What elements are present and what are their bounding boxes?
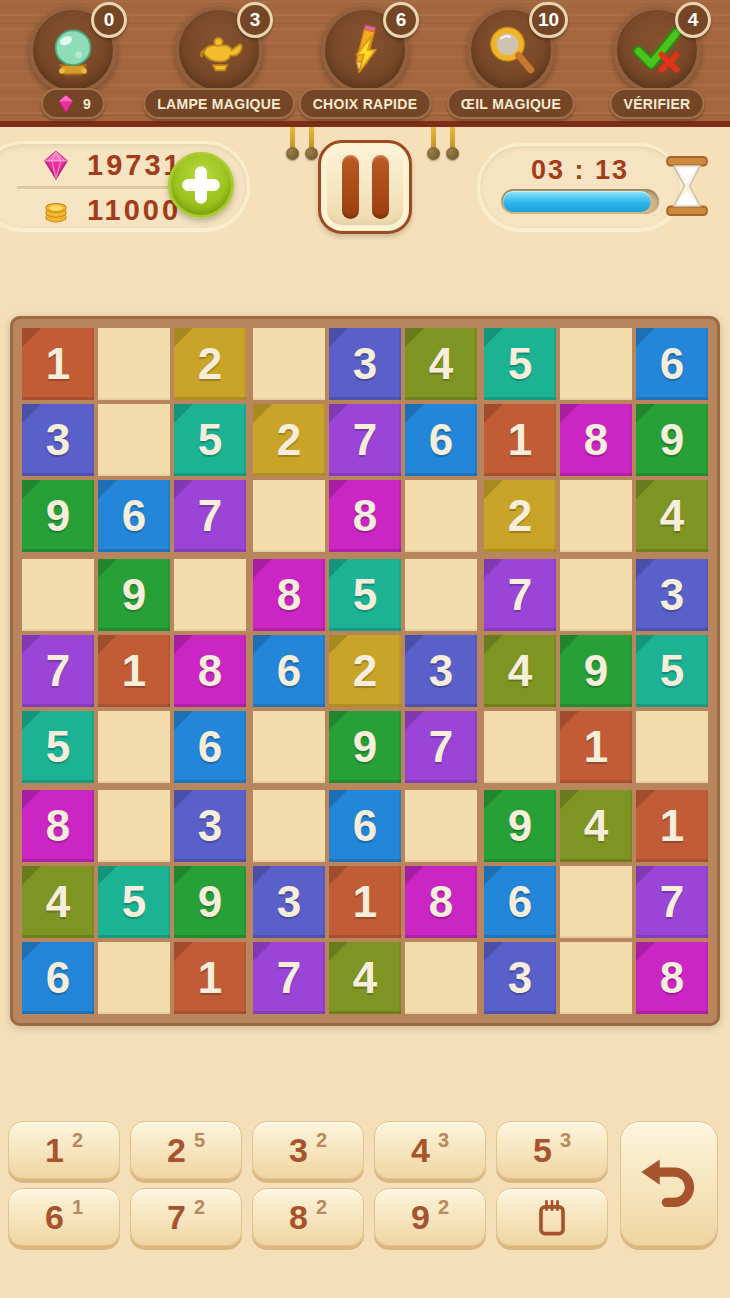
numpad-remaining-count: 1	[72, 1196, 83, 1219]
magic-eye-label: ŒIL MAGIQUE	[447, 88, 575, 119]
numpad-digit: 1	[45, 1131, 64, 1170]
peg	[286, 125, 299, 160]
cell-r9c6[interactable]	[405, 942, 477, 1014]
powerup-crystal-ball[interactable]: 0 9	[0, 0, 146, 121]
numpad-key-4[interactable]: 43	[374, 1121, 486, 1179]
cell-r3c8[interactable]	[560, 480, 632, 552]
cell-r7c3[interactable]: 3	[174, 790, 246, 862]
numpad-key-1[interactable]: 12	[8, 1121, 120, 1179]
powerup-quick-choice[interactable]: 6 CHOIX RAPIDE	[292, 0, 438, 121]
cell-r7c7[interactable]: 9	[484, 790, 556, 862]
crystal-ball-badge: 0	[91, 2, 127, 38]
notes-button[interactable]	[496, 1188, 608, 1246]
cell-r5c2[interactable]: 1	[98, 635, 170, 707]
numpad-digit: 6	[45, 1198, 64, 1237]
cell-r4c7[interactable]: 7	[484, 559, 556, 631]
numpad-digit: 4	[411, 1131, 430, 1170]
numpad-key-8[interactable]: 82	[252, 1188, 364, 1246]
numpad-key-2[interactable]: 25	[130, 1121, 242, 1179]
cell-r5c7[interactable]: 4	[484, 635, 556, 707]
box-4: 971856	[22, 559, 246, 783]
numpad-key-6[interactable]: 61	[8, 1188, 120, 1246]
cell-r1c6[interactable]: 4	[405, 328, 477, 400]
cell-r8c6[interactable]: 8	[405, 866, 477, 938]
numpad-digit: 5	[533, 1131, 552, 1170]
powerup-magic-eye[interactable]: 10 ŒIL MAGIQUE	[438, 0, 584, 121]
cell-r5c5[interactable]: 2	[329, 635, 401, 707]
cell-r3c2[interactable]: 6	[98, 480, 170, 552]
cell-r4c2[interactable]: 9	[98, 559, 170, 631]
cell-r5c6[interactable]: 3	[405, 635, 477, 707]
cell-r6c6[interactable]: 7	[405, 711, 477, 783]
cell-r8c7[interactable]: 6	[484, 866, 556, 938]
numpad: 122532435361728292	[8, 1121, 608, 1246]
cell-r8c9[interactable]: 7	[636, 866, 708, 938]
numpad-digit: 9	[411, 1198, 430, 1237]
numpad-remaining-count: 2	[316, 1196, 327, 1219]
cell-r2c2[interactable]	[98, 404, 170, 476]
cell-r2c3[interactable]: 5	[174, 404, 246, 476]
cell-r5c3[interactable]: 8	[174, 635, 246, 707]
box-3: 5618924	[484, 328, 708, 552]
numpad-remaining-count: 2	[438, 1196, 449, 1219]
cell-r8c8[interactable]	[560, 866, 632, 938]
box-7: 8345961	[22, 790, 246, 1014]
cell-r1c5[interactable]: 3	[329, 328, 401, 400]
cell-r1c1[interactable]: 1	[22, 328, 94, 400]
cell-r4c9[interactable]: 3	[636, 559, 708, 631]
cell-r6c4[interactable]	[253, 711, 325, 783]
powerup-magic-lamp[interactable]: 3 LAMPE MAGIQUE	[146, 0, 292, 121]
cell-r9c5[interactable]: 4	[329, 942, 401, 1014]
cell-r8c1[interactable]: 4	[22, 866, 94, 938]
numpad-remaining-count: 2	[194, 1196, 205, 1219]
cell-r6c2[interactable]	[98, 711, 170, 783]
numpad-remaining-count: 3	[560, 1129, 571, 1152]
box-8: 631874	[253, 790, 477, 1014]
timer-progress-fill	[503, 191, 651, 212]
coins-icon	[39, 193, 73, 227]
cell-r1c9[interactable]: 6	[636, 328, 708, 400]
verify-badge: 4	[675, 2, 711, 38]
input-pad: 122532435361728292	[8, 1121, 718, 1246]
cell-r9c1[interactable]: 6	[22, 942, 94, 1014]
cell-r6c5[interactable]: 9	[329, 711, 401, 783]
numpad-digit: 7	[167, 1198, 186, 1237]
cell-r9c2[interactable]	[98, 942, 170, 1014]
numpad-digit: 8	[289, 1198, 308, 1237]
cell-r5c4[interactable]: 6	[253, 635, 325, 707]
cell-r7c6[interactable]	[405, 790, 477, 862]
cell-r3c4[interactable]	[253, 480, 325, 552]
cell-r8c4[interactable]: 3	[253, 866, 325, 938]
numpad-remaining-count: 5	[194, 1129, 205, 1152]
undo-button[interactable]	[620, 1121, 718, 1246]
cell-r9c7[interactable]: 3	[484, 942, 556, 1014]
cell-r1c7[interactable]: 5	[484, 328, 556, 400]
cell-r2c1[interactable]: 3	[22, 404, 94, 476]
coins-count: 11000	[87, 194, 181, 227]
cell-r6c3[interactable]: 6	[174, 711, 246, 783]
sudoku-board: 1235967342768561892497185685623977349518…	[10, 316, 720, 1026]
cell-r4c3[interactable]	[174, 559, 246, 631]
cell-r1c4[interactable]	[253, 328, 325, 400]
cell-r4c4[interactable]: 8	[253, 559, 325, 631]
gem-icon	[39, 148, 73, 182]
numpad-remaining-count: 2	[316, 1129, 327, 1152]
magic-lamp-badge: 3	[237, 2, 273, 38]
cell-r3c9[interactable]: 4	[636, 480, 708, 552]
cell-r3c3[interactable]: 7	[174, 480, 246, 552]
cell-r3c5[interactable]: 8	[329, 480, 401, 552]
cell-r8c3[interactable]: 9	[174, 866, 246, 938]
powerup-bar: 0 9 3 LAMPE MAGIQUE	[0, 0, 730, 127]
cell-r6c1[interactable]: 5	[22, 711, 94, 783]
cell-r4c1[interactable]	[22, 559, 94, 631]
numpad-remaining-count: 2	[72, 1129, 83, 1152]
cell-r3c1[interactable]: 9	[22, 480, 94, 552]
numpad-digit: 2	[167, 1131, 186, 1170]
cell-r8c2[interactable]: 5	[98, 866, 170, 938]
verify-label: VÉRIFIER	[610, 88, 705, 119]
peg	[446, 125, 459, 160]
quick-choice-label: CHOIX RAPIDE	[299, 88, 432, 119]
numpad-remaining-count: 3	[438, 1129, 449, 1152]
magic-eye-badge: 10	[529, 2, 568, 38]
cell-r6c9[interactable]	[636, 711, 708, 783]
cell-r7c8[interactable]: 4	[560, 790, 632, 862]
quick-choice-badge: 6	[383, 2, 419, 38]
cell-r7c5[interactable]: 6	[329, 790, 401, 862]
cell-r5c8[interactable]: 9	[560, 635, 632, 707]
pause-icon	[342, 155, 359, 219]
cell-r5c9[interactable]: 5	[636, 635, 708, 707]
pause-button[interactable]	[318, 140, 412, 234]
box-2: 342768	[253, 328, 477, 552]
hourglass-icon	[654, 143, 720, 229]
cell-r7c9[interactable]: 1	[636, 790, 708, 862]
cell-r1c8[interactable]	[560, 328, 632, 400]
powerup-verify[interactable]: 4 VÉRIFIER	[584, 0, 730, 121]
cell-r2c4[interactable]: 2	[253, 404, 325, 476]
cell-r9c3[interactable]: 1	[174, 942, 246, 1014]
add-currency-button[interactable]	[168, 152, 234, 218]
cell-r1c2[interactable]	[98, 328, 170, 400]
cell-r3c7[interactable]: 2	[484, 480, 556, 552]
magic-lamp-label: LAMPE MAGIQUE	[143, 88, 295, 119]
cell-r2c7[interactable]: 1	[484, 404, 556, 476]
timer-value: 03 : 13	[480, 155, 680, 186]
cell-r9c4[interactable]: 7	[253, 942, 325, 1014]
cell-r7c4[interactable]	[253, 790, 325, 862]
box-9: 9416738	[484, 790, 708, 1014]
peg	[427, 125, 440, 160]
numpad-key-9[interactable]: 92	[374, 1188, 486, 1246]
cell-r1c3[interactable]: 2	[174, 328, 246, 400]
cell-r2c9[interactable]: 9	[636, 404, 708, 476]
cell-r9c9[interactable]: 8	[636, 942, 708, 1014]
status-bar: 19731 11000 03 : 13	[0, 127, 730, 244]
cell-r2c5[interactable]: 7	[329, 404, 401, 476]
box-6: 734951	[484, 559, 708, 783]
gem-icon	[55, 93, 77, 115]
box-1: 1235967	[22, 328, 246, 552]
numpad-key-5[interactable]: 53	[496, 1121, 608, 1179]
plus-icon	[178, 162, 224, 208]
notes-icon	[529, 1194, 575, 1240]
cell-r4c5[interactable]: 5	[329, 559, 401, 631]
cell-r5c1[interactable]: 7	[22, 635, 94, 707]
pause-icon	[372, 155, 389, 219]
numpad-digit: 3	[289, 1131, 308, 1170]
crystal-ball-label: 9	[41, 88, 105, 119]
cell-r9c8[interactable]	[560, 942, 632, 1014]
timer-panel: 03 : 13	[477, 143, 683, 231]
cell-r6c8[interactable]: 1	[560, 711, 632, 783]
timer-progress-track	[501, 189, 659, 214]
cell-r8c5[interactable]: 1	[329, 866, 401, 938]
peg	[305, 125, 318, 160]
cell-r7c2[interactable]	[98, 790, 170, 862]
cell-r2c8[interactable]: 8	[560, 404, 632, 476]
cell-r4c8[interactable]	[560, 559, 632, 631]
numpad-key-7[interactable]: 72	[130, 1188, 242, 1246]
cell-r2c6[interactable]: 6	[405, 404, 477, 476]
numpad-key-3[interactable]: 32	[252, 1121, 364, 1179]
cell-r3c6[interactable]	[405, 480, 477, 552]
cell-r6c7[interactable]	[484, 711, 556, 783]
undo-arrow-icon	[636, 1151, 702, 1217]
cell-r4c6[interactable]	[405, 559, 477, 631]
cell-r7c1[interactable]: 8	[22, 790, 94, 862]
box-5: 8562397	[253, 559, 477, 783]
